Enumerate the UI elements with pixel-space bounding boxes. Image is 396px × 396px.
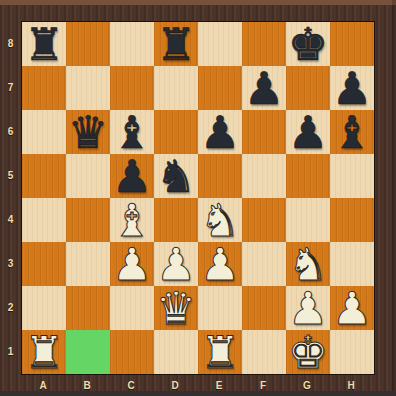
square-c8[interactable]: [110, 22, 154, 66]
square-d6[interactable]: [154, 110, 198, 154]
square-c2[interactable]: [110, 286, 154, 330]
square-b5[interactable]: [66, 154, 110, 198]
frame-right-shade: [392, 0, 396, 396]
square-a2[interactable]: [22, 286, 66, 330]
square-c5[interactable]: ♟: [110, 154, 154, 198]
piece-black-pawn[interactable]: ♟: [200, 110, 240, 155]
square-d5[interactable]: ♞: [154, 154, 198, 198]
piece-white-knight[interactable]: ♞: [288, 242, 328, 287]
square-a7[interactable]: [22, 66, 66, 110]
square-h4[interactable]: [330, 198, 374, 242]
square-g7[interactable]: [286, 66, 330, 110]
square-f3[interactable]: [242, 242, 286, 286]
piece-white-bishop[interactable]: ♝: [112, 198, 152, 243]
square-g4[interactable]: [286, 198, 330, 242]
square-c3[interactable]: ♟: [110, 242, 154, 286]
file-label-e: E: [197, 375, 241, 396]
square-a4[interactable]: [22, 198, 66, 242]
square-e7[interactable]: [198, 66, 242, 110]
square-f8[interactable]: [242, 22, 286, 66]
piece-black-rook[interactable]: ♜: [24, 22, 64, 67]
square-d4[interactable]: [154, 198, 198, 242]
square-e2[interactable]: [198, 286, 242, 330]
square-f2[interactable]: [242, 286, 286, 330]
square-c7[interactable]: [110, 66, 154, 110]
square-f1[interactable]: [242, 330, 286, 374]
square-h5[interactable]: [330, 154, 374, 198]
file-label-f: F: [241, 375, 285, 396]
square-e1[interactable]: ♜: [198, 330, 242, 374]
file-label-b: B: [65, 375, 109, 396]
piece-black-rook[interactable]: ♜: [156, 22, 196, 67]
piece-black-knight[interactable]: ♞: [156, 154, 196, 199]
square-g5[interactable]: [286, 154, 330, 198]
file-label-h: H: [329, 375, 373, 396]
rank-label-4: 4: [0, 197, 21, 241]
rank-label-3: 3: [0, 241, 21, 285]
square-b4[interactable]: [66, 198, 110, 242]
square-d3[interactable]: ♟: [154, 242, 198, 286]
file-label-d: D: [153, 375, 197, 396]
file-label-c: C: [109, 375, 153, 396]
square-a8[interactable]: ♜: [22, 22, 66, 66]
piece-black-king[interactable]: ♚: [288, 22, 328, 67]
piece-black-bishop[interactable]: ♝: [112, 110, 152, 155]
square-f6[interactable]: [242, 110, 286, 154]
rank-label-2: 2: [0, 285, 21, 329]
square-h7[interactable]: ♟: [330, 66, 374, 110]
square-c6[interactable]: ♝: [110, 110, 154, 154]
square-h6[interactable]: ♝: [330, 110, 374, 154]
rank-label-7: 7: [0, 65, 21, 109]
piece-white-knight[interactable]: ♞: [200, 198, 240, 243]
square-a3[interactable]: [22, 242, 66, 286]
square-d2[interactable]: ♛: [154, 286, 198, 330]
piece-black-pawn[interactable]: ♟: [288, 110, 328, 155]
square-g2[interactable]: ♟: [286, 286, 330, 330]
piece-white-pawn[interactable]: ♟: [332, 286, 372, 331]
file-label-a: A: [21, 375, 65, 396]
square-b2[interactable]: [66, 286, 110, 330]
square-e8[interactable]: [198, 22, 242, 66]
rank-label-1: 1: [0, 329, 21, 373]
rank-labels: 87654321: [0, 21, 21, 373]
rank-label-6: 6: [0, 109, 21, 153]
square-h2[interactable]: ♟: [330, 286, 374, 330]
piece-white-pawn[interactable]: ♟: [200, 242, 240, 287]
square-g3[interactable]: ♞: [286, 242, 330, 286]
file-label-g: G: [285, 375, 329, 396]
square-c1[interactable]: [110, 330, 154, 374]
square-e4[interactable]: ♞: [198, 198, 242, 242]
square-b6[interactable]: ♛: [66, 110, 110, 154]
square-e6[interactable]: ♟: [198, 110, 242, 154]
square-a1[interactable]: ♜: [22, 330, 66, 374]
board-frame: 87654321 ABCDEFGH ♜♜♚♟♟♛♝♟♟♝♟♞♝♞♟♟♟♞♛♟♟♜…: [0, 0, 396, 396]
square-h3[interactable]: [330, 242, 374, 286]
chess-board: ♜♜♚♟♟♛♝♟♟♝♟♞♝♞♟♟♟♞♛♟♟♜♜♚: [21, 21, 375, 375]
square-g8[interactable]: ♚: [286, 22, 330, 66]
piece-white-pawn[interactable]: ♟: [112, 242, 152, 287]
piece-black-pawn[interactable]: ♟: [112, 154, 152, 199]
piece-white-rook[interactable]: ♜: [200, 330, 240, 375]
piece-black-pawn[interactable]: ♟: [244, 66, 284, 111]
piece-white-pawn[interactable]: ♟: [288, 286, 328, 331]
rank-label-8: 8: [0, 21, 21, 65]
square-c4[interactable]: ♝: [110, 198, 154, 242]
square-f7[interactable]: ♟: [242, 66, 286, 110]
square-a5[interactable]: [22, 154, 66, 198]
square-g1[interactable]: ♚: [286, 330, 330, 374]
square-a6[interactable]: [22, 110, 66, 154]
square-d8[interactable]: ♜: [154, 22, 198, 66]
square-h1[interactable]: [330, 330, 374, 374]
square-e3[interactable]: ♟: [198, 242, 242, 286]
piece-black-pawn[interactable]: ♟: [332, 66, 372, 111]
square-d1[interactable]: [154, 330, 198, 374]
square-d7[interactable]: [154, 66, 198, 110]
square-h8[interactable]: [330, 22, 374, 66]
square-b3[interactable]: [66, 242, 110, 286]
frame-top-bevel: [0, 0, 396, 5]
file-labels: ABCDEFGH: [21, 375, 373, 396]
square-e5[interactable]: [198, 154, 242, 198]
piece-white-pawn[interactable]: ♟: [156, 242, 196, 287]
square-g6[interactable]: ♟: [286, 110, 330, 154]
square-f4[interactable]: [242, 198, 286, 242]
rank-label-5: 5: [0, 153, 21, 197]
piece-black-bishop[interactable]: ♝: [332, 110, 372, 155]
piece-white-rook[interactable]: ♜: [24, 330, 64, 375]
piece-white-king[interactable]: ♚: [288, 330, 328, 375]
square-b7[interactable]: [66, 66, 110, 110]
square-b1[interactable]: [66, 330, 110, 374]
square-b8[interactable]: [66, 22, 110, 66]
square-f5[interactable]: [242, 154, 286, 198]
piece-white-queen[interactable]: ♛: [156, 286, 196, 331]
piece-black-queen[interactable]: ♛: [68, 110, 108, 155]
